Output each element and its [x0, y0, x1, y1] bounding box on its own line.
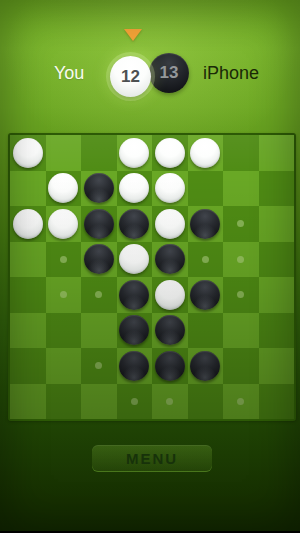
- board-cell-e1[interactable]: [152, 135, 188, 171]
- board-cell-h8[interactable]: [259, 384, 295, 420]
- board-cell-c3[interactable]: [81, 206, 117, 242]
- board-cell-b2[interactable]: [46, 171, 82, 207]
- turn-indicator-icon: [124, 29, 142, 41]
- board-cell-e8[interactable]: [152, 384, 188, 420]
- legal-move-dot: [60, 256, 67, 263]
- board-cell-b1[interactable]: [46, 135, 82, 171]
- board-cell-e2[interactable]: [152, 171, 188, 207]
- white-piece: [155, 138, 185, 168]
- board-cell-f3[interactable]: [188, 206, 224, 242]
- board-cell-c8[interactable]: [81, 384, 117, 420]
- board-cell-c5[interactable]: [81, 277, 117, 313]
- black-piece: [84, 244, 114, 274]
- board-cell-h1[interactable]: [259, 135, 295, 171]
- legal-move-dot: [95, 362, 102, 369]
- board-cell-c1[interactable]: [81, 135, 117, 171]
- board-cell-c4[interactable]: [81, 242, 117, 278]
- board-cell-g1[interactable]: [223, 135, 259, 171]
- board-cell-e3[interactable]: [152, 206, 188, 242]
- white-piece: [155, 209, 185, 239]
- board-cell-a4[interactable]: [10, 242, 46, 278]
- board-cell-e5[interactable]: [152, 277, 188, 313]
- board-cell-g6[interactable]: [223, 313, 259, 349]
- legal-move-dot: [237, 398, 244, 405]
- board-cell-g5[interactable]: [223, 277, 259, 313]
- white-piece: [13, 138, 43, 168]
- board-cell-b6[interactable]: [46, 313, 82, 349]
- white-piece: [119, 138, 149, 168]
- board-cell-d1[interactable]: [117, 135, 153, 171]
- app-screen: You 13 12 iPhone MENU: [0, 0, 300, 533]
- board-cell-b3[interactable]: [46, 206, 82, 242]
- board-cell-a3[interactable]: [10, 206, 46, 242]
- black-piece: [119, 280, 149, 310]
- board-cell-e7[interactable]: [152, 348, 188, 384]
- board-cell-b5[interactable]: [46, 277, 82, 313]
- board-cell-a6[interactable]: [10, 313, 46, 349]
- board-cell-g3[interactable]: [223, 206, 259, 242]
- board-cell-h3[interactable]: [259, 206, 295, 242]
- black-piece: [119, 351, 149, 381]
- black-piece: [155, 244, 185, 274]
- white-score-disc: 12: [110, 56, 151, 97]
- board-cell-g7[interactable]: [223, 348, 259, 384]
- board-cell-a2[interactable]: [10, 171, 46, 207]
- black-piece: [84, 173, 114, 203]
- board-cell-d6[interactable]: [117, 313, 153, 349]
- board-cell-f6[interactable]: [188, 313, 224, 349]
- reversi-board: [8, 133, 296, 421]
- board-cell-a1[interactable]: [10, 135, 46, 171]
- white-piece: [48, 173, 78, 203]
- board-cell-f2[interactable]: [188, 171, 224, 207]
- black-piece: [190, 209, 220, 239]
- board-cell-f4[interactable]: [188, 242, 224, 278]
- black-piece: [119, 315, 149, 345]
- black-piece: [84, 209, 114, 239]
- white-piece: [119, 173, 149, 203]
- legal-move-dot: [95, 291, 102, 298]
- board-cell-c7[interactable]: [81, 348, 117, 384]
- white-piece: [155, 173, 185, 203]
- legal-move-dot: [131, 398, 138, 405]
- board-cell-f8[interactable]: [188, 384, 224, 420]
- board-cell-h2[interactable]: [259, 171, 295, 207]
- left-player-name: You: [54, 63, 84, 83]
- white-piece: [119, 244, 149, 274]
- white-piece: [190, 138, 220, 168]
- board-cell-c6[interactable]: [81, 313, 117, 349]
- legal-move-dot: [166, 398, 173, 405]
- black-score-disc: 13: [149, 53, 189, 93]
- board-cell-e6[interactable]: [152, 313, 188, 349]
- board-cell-d2[interactable]: [117, 171, 153, 207]
- black-piece: [119, 209, 149, 239]
- black-piece: [190, 280, 220, 310]
- legal-move-dot: [237, 220, 244, 227]
- board-cell-d8[interactable]: [117, 384, 153, 420]
- legal-move-dot: [237, 256, 244, 263]
- board-cell-g4[interactable]: [223, 242, 259, 278]
- board-cell-g2[interactable]: [223, 171, 259, 207]
- board-cell-c2[interactable]: [81, 171, 117, 207]
- board-cell-f1[interactable]: [188, 135, 224, 171]
- board-cell-a5[interactable]: [10, 277, 46, 313]
- board-cell-a8[interactable]: [10, 384, 46, 420]
- board-cell-e4[interactable]: [152, 242, 188, 278]
- board-cell-d4[interactable]: [117, 242, 153, 278]
- board-cell-h4[interactable]: [259, 242, 295, 278]
- board-cell-b7[interactable]: [46, 348, 82, 384]
- white-piece: [155, 280, 185, 310]
- board-cell-g8[interactable]: [223, 384, 259, 420]
- board-cell-h7[interactable]: [259, 348, 295, 384]
- board-cell-f7[interactable]: [188, 348, 224, 384]
- board-cell-b8[interactable]: [46, 384, 82, 420]
- white-piece: [13, 209, 43, 239]
- menu-button[interactable]: MENU: [92, 445, 212, 471]
- board-cell-a7[interactable]: [10, 348, 46, 384]
- black-piece: [155, 315, 185, 345]
- legal-move-dot: [60, 291, 67, 298]
- board-cell-h5[interactable]: [259, 277, 295, 313]
- right-player-name: iPhone: [203, 63, 259, 83]
- board-cell-h6[interactable]: [259, 313, 295, 349]
- black-score: 13: [160, 63, 179, 83]
- black-piece: [190, 351, 220, 381]
- legal-move-dot: [202, 256, 209, 263]
- black-piece: [155, 351, 185, 381]
- board-cell-f5[interactable]: [188, 277, 224, 313]
- white-piece: [48, 209, 78, 239]
- board-cell-d3[interactable]: [117, 206, 153, 242]
- legal-move-dot: [237, 291, 244, 298]
- white-score: 12: [121, 67, 140, 87]
- board-cell-b4[interactable]: [46, 242, 82, 278]
- board-cell-d5[interactable]: [117, 277, 153, 313]
- board-cell-d7[interactable]: [117, 348, 153, 384]
